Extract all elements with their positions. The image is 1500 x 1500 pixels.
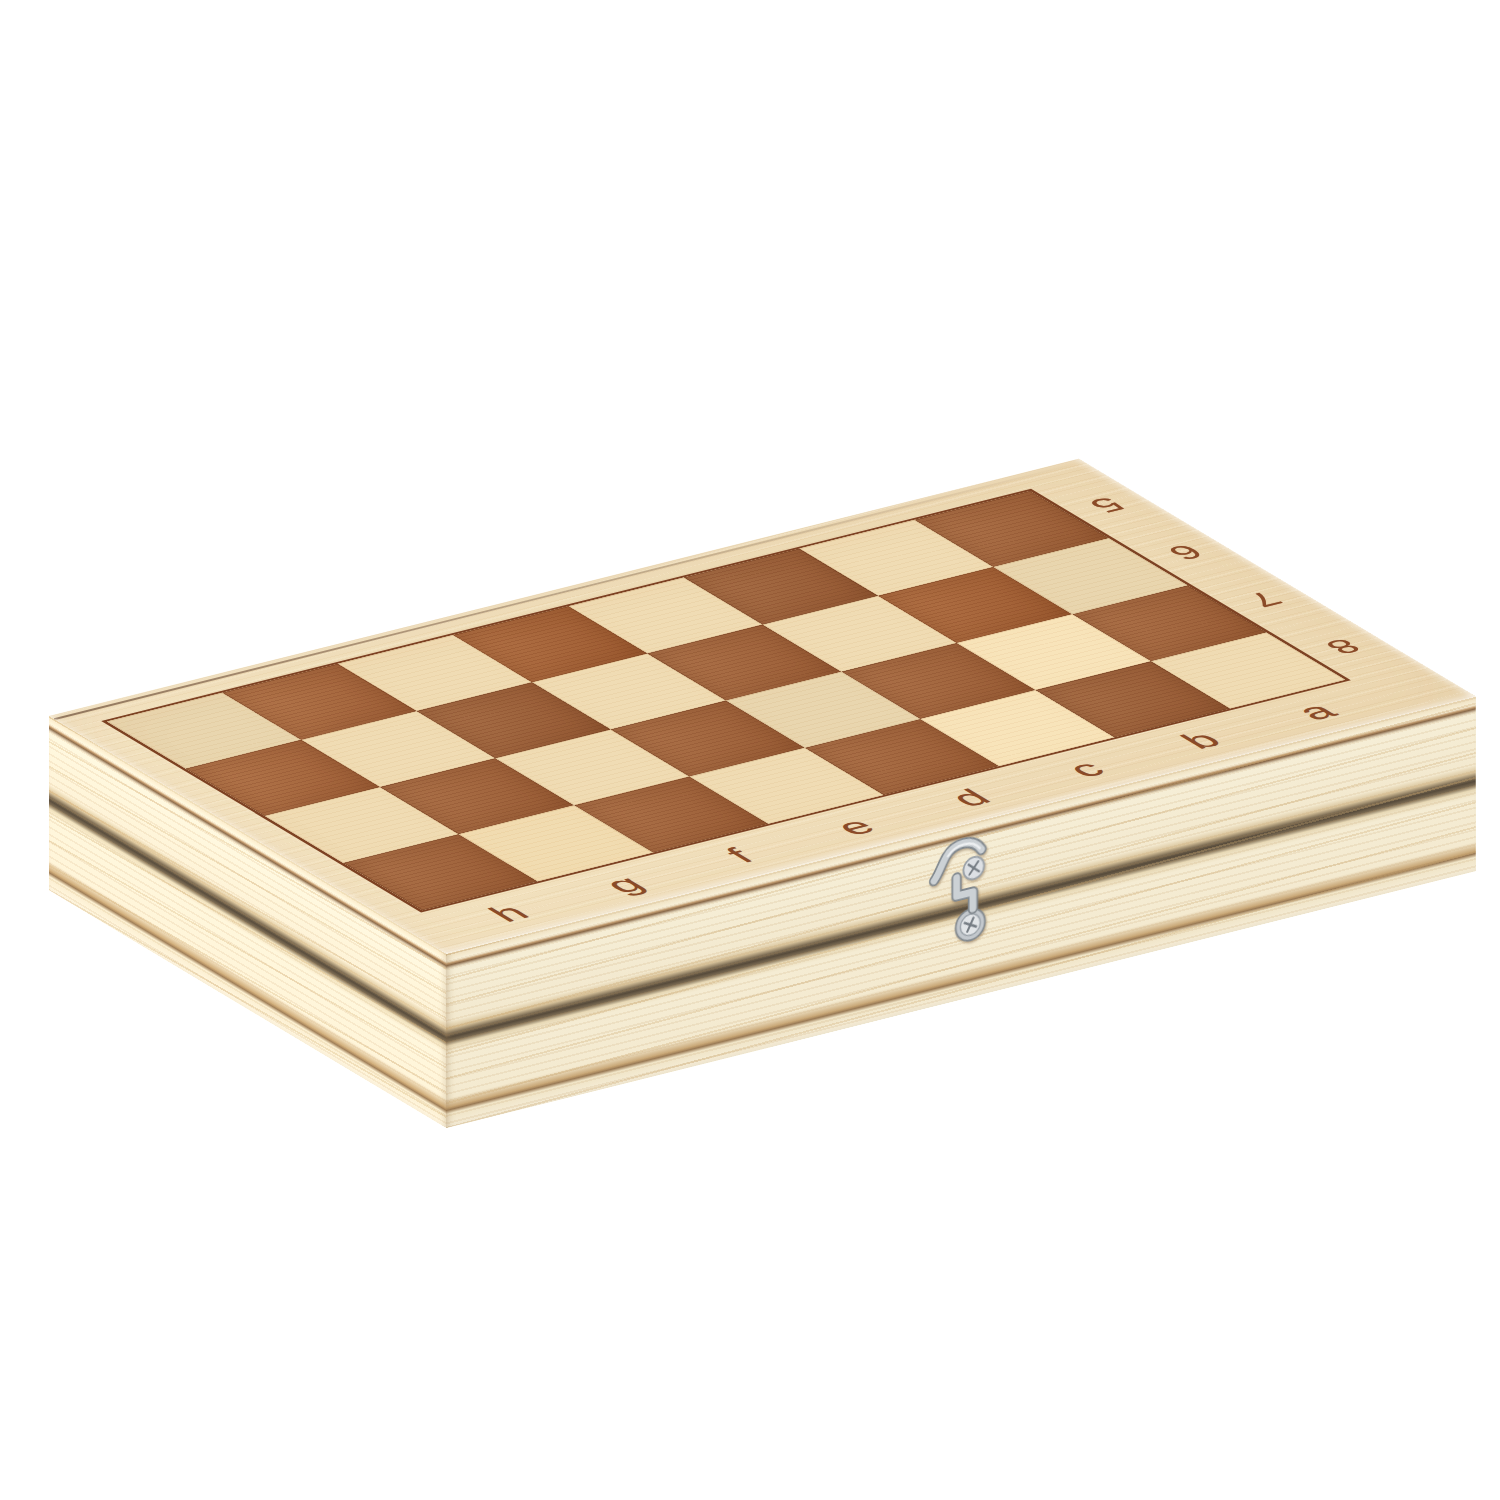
clasp-hook-icon [928,826,993,958]
rank-label-text: 5 [1080,493,1134,518]
rank-label-text: 6 [1159,540,1213,565]
rank-label-text: 7 [1238,587,1292,612]
rank-label-text: 8 [1317,634,1371,659]
clasp-latch [928,826,993,958]
product-photo: hgfedcba 5678 [0,0,1500,1500]
